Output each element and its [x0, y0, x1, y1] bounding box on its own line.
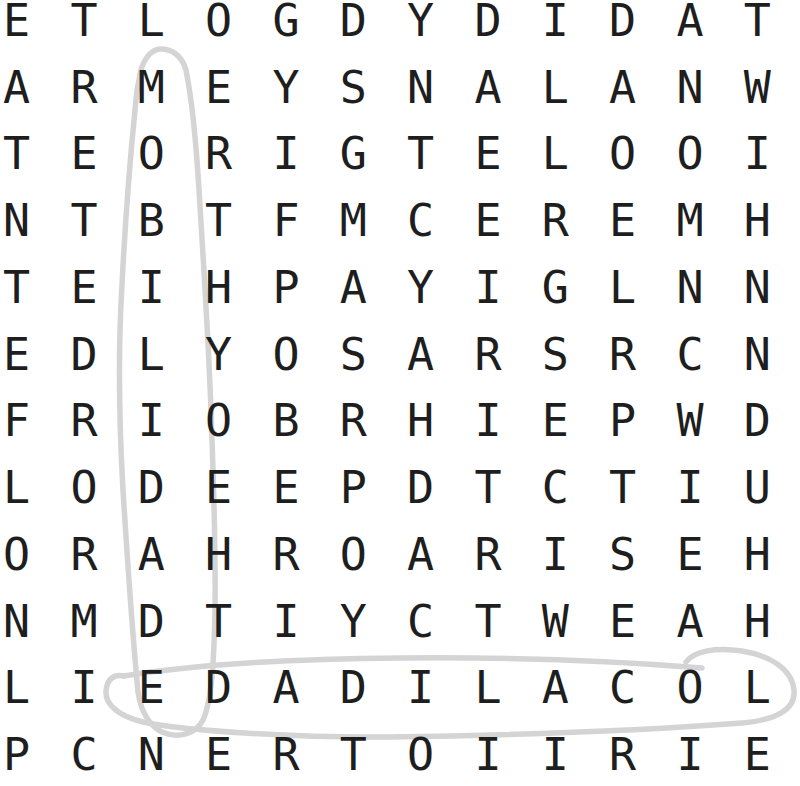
grid-cell-r12c1[interactable]: P — [0, 721, 50, 786]
grid-cell-r2c8[interactable]: A — [454, 54, 521, 121]
grid-cell-r6c1[interactable]: E — [0, 321, 50, 388]
grid-cell-r10c11[interactable]: A — [656, 588, 723, 655]
grid-cell-r8c12[interactable]: U — [724, 454, 791, 521]
grid-cell-r1c8[interactable]: D — [454, 0, 521, 54]
grid-cell-r2c9[interactable]: L — [522, 54, 589, 121]
grid-cell-r6c12[interactable]: N — [724, 321, 791, 388]
grid-cell-r5c7[interactable]: Y — [387, 254, 454, 321]
grid-cell-r5c8[interactable]: I — [454, 254, 521, 321]
grid-cell-r8c8[interactable]: T — [454, 454, 521, 521]
grid-cell-r3c10[interactable]: O — [589, 121, 656, 188]
grid-cell-r10c9[interactable]: W — [522, 588, 589, 655]
grid-cell-r9c5[interactable]: R — [252, 521, 319, 588]
grid-cell-r8c6[interactable]: P — [320, 454, 387, 521]
word-search-board: ETLOGDYDIDATARMEYSNALANWTEORIGTELOOINTBT… — [0, 0, 800, 786]
grid-cell-r1c1[interactable]: E — [0, 0, 50, 54]
grid-cell-r4c1[interactable]: N — [0, 187, 50, 254]
grid-cell-r5c12[interactable]: N — [724, 254, 791, 321]
grid-cell-r2c7[interactable]: N — [387, 54, 454, 121]
grid-cell-r3c1[interactable]: T — [0, 121, 50, 188]
grid-cell-r7c10[interactable]: P — [589, 388, 656, 455]
grid-cell-r12c6[interactable]: T — [320, 721, 387, 786]
grid-cell-r9c11[interactable]: E — [656, 521, 723, 588]
grid-cell-r12c4[interactable]: E — [185, 721, 252, 786]
grid-cell-r11c9[interactable]: A — [522, 655, 589, 722]
grid-cell-r5c11[interactable]: N — [656, 254, 723, 321]
grid-cell-r7c9[interactable]: E — [522, 388, 589, 455]
grid-cell-r9c10[interactable]: S — [589, 521, 656, 588]
grid-cell-r9c6[interactable]: O — [320, 521, 387, 588]
grid-cell-r10c1[interactable]: N — [0, 588, 50, 655]
grid-cell-r11c1[interactable]: L — [0, 655, 50, 722]
grid-cell-r5c9[interactable]: G — [522, 254, 589, 321]
grid-cell-r7c2[interactable]: R — [50, 388, 117, 455]
grid-cell-r9c3[interactable]: A — [118, 521, 185, 588]
grid-cell-r7c5[interactable]: B — [252, 388, 319, 455]
grid-cell-r1c10[interactable]: D — [589, 0, 656, 54]
grid-cell-r2c3[interactable]: M — [118, 54, 185, 121]
grid-cell-r11c10[interactable]: C — [589, 655, 656, 722]
grid-cell-r2c10[interactable]: A — [589, 54, 656, 121]
grid-cell-r4c5[interactable]: F — [252, 187, 319, 254]
grid-cell-r1c3[interactable]: L — [118, 0, 185, 54]
grid-cell-r1c11[interactable]: A — [656, 0, 723, 54]
grid-cell-r1c12[interactable]: T — [724, 0, 791, 54]
grid-cell-r4c11[interactable]: M — [656, 187, 723, 254]
grid-cell-r7c12[interactable]: D — [724, 388, 791, 455]
grid-cell-r2c4[interactable]: E — [185, 54, 252, 121]
grid-cell-r8c5[interactable]: E — [252, 454, 319, 521]
grid-cell-r6c2[interactable]: D — [50, 321, 117, 388]
grid-cell-r5c4[interactable]: H — [185, 254, 252, 321]
grid-cell-r3c3[interactable]: O — [118, 121, 185, 188]
grid-cell-r1c9[interactable]: I — [522, 0, 589, 54]
grid-cell-r10c3[interactable]: D — [118, 588, 185, 655]
grid-cell-r3c2[interactable]: E — [50, 121, 117, 188]
grid-cell-r1c6[interactable]: D — [320, 0, 387, 54]
grid-cell-r2c1[interactable]: A — [0, 54, 50, 121]
grid-cell-r6c8[interactable]: R — [454, 321, 521, 388]
grid-cell-r3c7[interactable]: T — [387, 121, 454, 188]
grid-cell-r4c6[interactable]: M — [320, 187, 387, 254]
grid-cell-r11c11[interactable]: O — [656, 655, 723, 722]
grid-cell-r10c7[interactable]: C — [387, 588, 454, 655]
grid-cell-r5c6[interactable]: A — [320, 254, 387, 321]
grid-cell-r8c3[interactable]: D — [118, 454, 185, 521]
grid-cell-r7c6[interactable]: R — [320, 388, 387, 455]
grid-cell-r3c9[interactable]: L — [522, 121, 589, 188]
grid-cell-r10c12[interactable]: H — [724, 588, 791, 655]
grid-cell-r9c8[interactable]: R — [454, 521, 521, 588]
grid-cell-r9c2[interactable]: R — [50, 521, 117, 588]
grid-cell-r5c2[interactable]: E — [50, 254, 117, 321]
grid-cell-r4c8[interactable]: E — [454, 187, 521, 254]
grid-cell-r4c7[interactable]: C — [387, 187, 454, 254]
grid-cell-r3c8[interactable]: E — [454, 121, 521, 188]
grid-cell-r6c10[interactable]: R — [589, 321, 656, 388]
grid-cell-r9c7[interactable]: A — [387, 521, 454, 588]
grid-cell-r6c6[interactable]: S — [320, 321, 387, 388]
grid-cell-r4c4[interactable]: T — [185, 187, 252, 254]
grid-cell-r10c10[interactable]: E — [589, 588, 656, 655]
grid-cell-r12c12[interactable]: E — [724, 721, 791, 786]
grid-cell-r2c5[interactable]: Y — [252, 54, 319, 121]
grid-cell-r7c1[interactable]: F — [0, 388, 50, 455]
grid-cell-r5c3[interactable]: I — [118, 254, 185, 321]
grid-cell-r4c3[interactable]: B — [118, 187, 185, 254]
grid-cell-r12c7[interactable]: O — [387, 721, 454, 786]
grid-cell-r11c6[interactable]: D — [320, 655, 387, 722]
grid-cell-r4c12[interactable]: H — [724, 187, 791, 254]
grid-cell-r1c5[interactable]: G — [252, 0, 319, 54]
grid-cell-r8c11[interactable]: I — [656, 454, 723, 521]
grid-cell-r5c10[interactable]: L — [589, 254, 656, 321]
grid-cell-r2c11[interactable]: N — [656, 54, 723, 121]
grid-cell-r10c2[interactable]: M — [50, 588, 117, 655]
grid-cell-r12c10[interactable]: R — [589, 721, 656, 786]
grid-cell-r11c5[interactable]: A — [252, 655, 319, 722]
grid-cell-r11c7[interactable]: I — [387, 655, 454, 722]
grid-cell-r11c4[interactable]: D — [185, 655, 252, 722]
grid-cell-r11c3[interactable]: E — [118, 655, 185, 722]
grid-cell-r2c6[interactable]: S — [320, 54, 387, 121]
grid-cell-r7c11[interactable]: W — [656, 388, 723, 455]
grid-cell-r12c11[interactable]: I — [656, 721, 723, 786]
grid-cell-r8c9[interactable]: C — [522, 454, 589, 521]
grid-cell-r6c7[interactable]: A — [387, 321, 454, 388]
grid-cell-r7c7[interactable]: H — [387, 388, 454, 455]
grid-cell-r1c2[interactable]: T — [50, 0, 117, 54]
grid-cell-r10c5[interactable]: I — [252, 588, 319, 655]
grid-cell-r3c4[interactable]: R — [185, 121, 252, 188]
grid-cell-r3c11[interactable]: O — [656, 121, 723, 188]
grid-cell-r8c4[interactable]: E — [185, 454, 252, 521]
grid-cell-r2c2[interactable]: R — [50, 54, 117, 121]
grid-cell-r4c10[interactable]: E — [589, 187, 656, 254]
grid-cell-r8c7[interactable]: D — [387, 454, 454, 521]
grid-cell-r3c12[interactable]: I — [724, 121, 791, 188]
grid-cell-r11c2[interactable]: I — [50, 655, 117, 722]
grid-cell-r9c1[interactable]: O — [0, 521, 50, 588]
grid-cell-r12c2[interactable]: C — [50, 721, 117, 786]
grid-cell-r6c5[interactable]: O — [252, 321, 319, 388]
grid-cell-r7c3[interactable]: I — [118, 388, 185, 455]
grid-cell-r1c4[interactable]: O — [185, 0, 252, 54]
grid-cell-r9c9[interactable]: I — [522, 521, 589, 588]
grid-cell-r3c6[interactable]: G — [320, 121, 387, 188]
grid-cell-r8c1[interactable]: L — [0, 454, 50, 521]
grid-cell-r8c10[interactable]: T — [589, 454, 656, 521]
grid-cell-r11c12[interactable]: L — [724, 655, 791, 722]
grid-cell-r12c9[interactable]: I — [522, 721, 589, 786]
grid-cell-r9c12[interactable]: H — [724, 521, 791, 588]
grid-cell-r4c2[interactable]: T — [50, 187, 117, 254]
grid-cell-r12c3[interactable]: N — [118, 721, 185, 786]
grid-cell-r6c4[interactable]: Y — [185, 321, 252, 388]
grid-cell-r1c7[interactable]: Y — [387, 0, 454, 54]
letter-grid: ETLOGDYDIDATARMEYSNALANWTEORIGTELOOINTBT… — [0, 0, 791, 786]
grid-cell-r3c5[interactable]: I — [252, 121, 319, 188]
grid-cell-r12c8[interactable]: I — [454, 721, 521, 786]
grid-cell-r5c5[interactable]: P — [252, 254, 319, 321]
grid-cell-r10c8[interactable]: T — [454, 588, 521, 655]
grid-cell-r6c9[interactable]: S — [522, 321, 589, 388]
grid-cell-r12c5[interactable]: R — [252, 721, 319, 786]
grid-cell-r7c8[interactable]: I — [454, 388, 521, 455]
grid-cell-r7c4[interactable]: O — [185, 388, 252, 455]
grid-cell-r6c3[interactable]: L — [118, 321, 185, 388]
grid-cell-r11c8[interactable]: L — [454, 655, 521, 722]
grid-cell-r9c4[interactable]: H — [185, 521, 252, 588]
grid-cell-r10c6[interactable]: Y — [320, 588, 387, 655]
grid-cell-r8c2[interactable]: O — [50, 454, 117, 521]
grid-cell-r5c1[interactable]: T — [0, 254, 50, 321]
grid-cell-r6c11[interactable]: C — [656, 321, 723, 388]
grid-cell-r10c4[interactable]: T — [185, 588, 252, 655]
grid-cell-r2c12[interactable]: W — [724, 54, 791, 121]
grid-cell-r4c9[interactable]: R — [522, 187, 589, 254]
